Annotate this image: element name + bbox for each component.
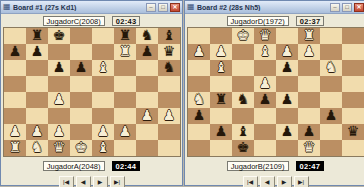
board-square[interactable]: ♝ [210, 60, 232, 76]
board-square[interactable] [320, 124, 342, 140]
board-square[interactable]: ♞ [158, 60, 180, 76]
board-square[interactable]: ♜ [26, 28, 48, 44]
board-square[interactable] [114, 76, 136, 92]
board-square[interactable]: ♟ [4, 124, 26, 140]
board-square[interactable]: ♝ [232, 124, 254, 140]
board-square[interactable]: ♟ [114, 124, 136, 140]
first-move-button[interactable]: |◀ [243, 176, 258, 187]
board-square[interactable] [210, 140, 232, 156]
board-square[interactable] [342, 108, 364, 124]
board-square[interactable] [70, 76, 92, 92]
board-square[interactable]: ♟ [188, 108, 210, 124]
black-pawn-piece[interactable]: ♟ [276, 60, 298, 75]
board-square[interactable] [342, 44, 364, 60]
board-square[interactable] [210, 108, 232, 124]
board-square[interactable] [48, 44, 70, 60]
white-pawn-piece[interactable]: ♟ [26, 124, 48, 139]
top-player-plate: JugadorD(1972) 02:37 [185, 14, 364, 27]
board-square[interactable]: ♟ [26, 44, 48, 60]
white-bishop-piece[interactable]: ♝ [92, 140, 114, 155]
board-square[interactable] [232, 60, 254, 76]
board-square[interactable]: ♟ [48, 124, 70, 140]
board-square[interactable]: ♟ [48, 92, 70, 108]
black-rook-piece[interactable]: ♜ [114, 28, 136, 43]
board-square[interactable] [70, 108, 92, 124]
top-player-name: JugadorC(2008) [43, 16, 105, 26]
window-title: Board #2 (28s Nh5) [197, 4, 328, 11]
black-queen-piece[interactable]: ♛ [342, 124, 364, 139]
board-square[interactable]: ♝ [254, 44, 276, 60]
black-king-piece[interactable]: ♚ [48, 28, 70, 43]
white-pawn-piece[interactable]: ♟ [4, 124, 26, 139]
top-player-plate: JugadorC(2008) 02:43 [1, 14, 182, 27]
white-pawn-piece[interactable]: ♟ [48, 124, 70, 139]
board-square[interactable] [158, 92, 180, 108]
white-pawn-piece[interactable]: ♟ [92, 124, 114, 139]
white-pawn-piece[interactable]: ♟ [114, 124, 136, 139]
black-pawn-piece[interactable]: ♟ [298, 124, 320, 139]
titlebar[interactable]: ▦ Board #1 (27s Kd1) – □ ✕ [1, 1, 182, 14]
board-square[interactable] [188, 76, 210, 92]
board-square[interactable]: ♛ [342, 124, 364, 140]
board-square[interactable] [136, 124, 158, 140]
white-pawn-piece[interactable]: ♟ [298, 44, 320, 59]
board-square[interactable] [48, 108, 70, 124]
board-square[interactable] [232, 44, 254, 60]
white-knight-piece[interactable]: ♞ [188, 92, 210, 107]
bottom-player-clock: 02:44 [112, 161, 141, 171]
black-pawn-piece[interactable]: ♟ [254, 92, 276, 107]
board-square[interactable] [4, 76, 26, 92]
board-square[interactable] [26, 108, 48, 124]
white-king-piece[interactable]: ♚ [232, 28, 254, 43]
board-square[interactable] [92, 44, 114, 60]
board-square[interactable] [320, 28, 342, 44]
white-pawn-piece[interactable]: ♟ [254, 76, 276, 91]
board-square[interactable] [92, 76, 114, 92]
board-square[interactable]: ♟ [276, 44, 298, 60]
white-knight-piece[interactable]: ♞ [26, 140, 48, 155]
maximize-button[interactable]: □ [342, 3, 352, 12]
board-square[interactable] [342, 28, 364, 44]
black-pawn-piece[interactable]: ♟ [210, 124, 232, 139]
minimize-button[interactable]: – [330, 3, 340, 12]
board-square[interactable] [210, 28, 232, 44]
board-square[interactable] [92, 28, 114, 44]
move-navigation: |◀ ◀ ▶ ▶| [185, 176, 364, 187]
board-square[interactable]: ♞ [136, 28, 158, 44]
white-knight-piece[interactable]: ♞ [320, 60, 342, 75]
board-square[interactable] [298, 92, 320, 108]
window-title: Board #1 (27s Kd1) [13, 4, 144, 11]
board-square[interactable]: ♚ [232, 28, 254, 44]
black-king-piece[interactable]: ♚ [232, 140, 254, 155]
board-square[interactable] [4, 108, 26, 124]
board-square[interactable]: ♜ [210, 92, 232, 108]
white-queen-piece[interactable]: ♛ [48, 140, 70, 155]
white-pawn-piece[interactable]: ♟ [210, 44, 232, 59]
board-square[interactable]: ♚ [232, 140, 254, 156]
board-square[interactable]: ♟ [70, 60, 92, 76]
white-bishop-piece[interactable]: ♝ [254, 44, 276, 59]
top-player-name: JugadorD(1972) [227, 16, 289, 26]
board-square[interactable] [70, 92, 92, 108]
board-square[interactable]: ♟ [254, 92, 276, 108]
board-square[interactable] [136, 60, 158, 76]
board-square[interactable] [136, 92, 158, 108]
board-square[interactable]: ♟ [254, 76, 276, 92]
bottom-player-plate: JugadorB(2109) 02:47 [185, 159, 364, 172]
white-pawn-piece[interactable]: ♟ [48, 92, 70, 107]
maximize-button[interactable]: □ [158, 3, 168, 12]
chessboard-icon: ▦ [187, 3, 195, 11]
board-square[interactable]: ♞ [320, 60, 342, 76]
board-square[interactable] [158, 124, 180, 140]
white-rook-piece[interactable]: ♜ [298, 28, 320, 43]
black-pawn-piece[interactable]: ♟ [70, 60, 92, 75]
black-rook-piece[interactable]: ♜ [26, 28, 48, 43]
board-square[interactable]: ♛ [254, 28, 276, 44]
last-move-button[interactable]: ▶| [294, 176, 309, 187]
board-square[interactable]: ♜ [4, 140, 26, 156]
next-move-button[interactable]: ▶ [277, 176, 292, 187]
white-pawn-piece[interactable]: ♟ [136, 108, 158, 123]
board-square[interactable] [298, 76, 320, 92]
board-square[interactable] [188, 124, 210, 140]
bottom-player-clock: 02:47 [296, 161, 325, 171]
board-square[interactable]: ♟ [320, 108, 342, 124]
board-square[interactable]: ♟ [48, 60, 70, 76]
black-pawn-piece[interactable]: ♟ [26, 44, 48, 59]
board-square[interactable] [298, 60, 320, 76]
board-square[interactable] [342, 92, 364, 108]
board-square[interactable] [342, 140, 364, 156]
board-square[interactable] [92, 92, 114, 108]
white-rook-piece[interactable]: ♜ [4, 140, 26, 155]
board-square[interactable] [26, 76, 48, 92]
board-square[interactable]: ♟ [210, 124, 232, 140]
board-square[interactable]: ♞ [26, 140, 48, 156]
board-square[interactable] [320, 76, 342, 92]
board-square[interactable]: ♟ [136, 44, 158, 60]
board-square[interactable]: ♞ [188, 92, 210, 108]
board-square[interactable] [114, 140, 136, 156]
board-square[interactable]: ♚ [48, 28, 70, 44]
board-square[interactable] [342, 76, 364, 92]
board-window-2: ▦ Board #2 (28s Nh5) – □ ✕ JugadorD(1972… [184, 0, 364, 186]
board-square[interactable]: ♜ [114, 44, 136, 60]
board-square[interactable] [276, 108, 298, 124]
black-pawn-piece[interactable]: ♟ [276, 124, 298, 139]
board-square[interactable]: ♝ [92, 140, 114, 156]
black-knight-piece[interactable]: ♞ [136, 28, 158, 43]
board-square[interactable] [276, 28, 298, 44]
board-square[interactable] [254, 140, 276, 156]
board-square[interactable]: ♞ [232, 92, 254, 108]
board-square[interactable] [48, 76, 70, 92]
last-move-button[interactable]: ▶| [110, 176, 125, 187]
board-square[interactable] [254, 124, 276, 140]
board-square[interactable]: ♝ [158, 28, 180, 44]
top-player-clock: 02:43 [112, 16, 141, 26]
board-square[interactable]: ♟ [276, 92, 298, 108]
white-king-piece[interactable]: ♚ [70, 140, 92, 155]
board-square[interactable]: ♟ [4, 44, 26, 60]
black-knight-piece[interactable]: ♞ [232, 92, 254, 107]
board-square[interactable]: ♜ [298, 28, 320, 44]
previous-move-button[interactable]: ◀ [76, 176, 91, 187]
board-square[interactable] [320, 92, 342, 108]
white-queen-piece[interactable]: ♛ [298, 140, 320, 155]
board-square[interactable] [4, 60, 26, 76]
board-square[interactable] [210, 76, 232, 92]
board-square[interactable] [114, 60, 136, 76]
board-square[interactable]: ♟ [158, 108, 180, 124]
board-square[interactable]: ♜ [114, 28, 136, 44]
move-navigation: |◀ ◀ ▶ ▶| [1, 176, 182, 187]
previous-move-button[interactable]: ◀ [260, 176, 275, 187]
white-pawn-piece[interactable]: ♟ [158, 108, 180, 123]
board-square[interactable] [70, 44, 92, 60]
board-square[interactable] [136, 76, 158, 92]
minimize-button[interactable]: – [146, 3, 156, 12]
black-pawn-piece[interactable]: ♟ [48, 60, 70, 75]
board-square[interactable]: ♟ [210, 44, 232, 60]
black-pawn-piece[interactable]: ♟ [320, 108, 342, 123]
white-queen-piece[interactable]: ♛ [254, 28, 276, 43]
board-square[interactable]: ♚ [70, 140, 92, 156]
close-button[interactable]: ✕ [170, 3, 180, 12]
board-square[interactable] [70, 124, 92, 140]
titlebar[interactable]: ▦ Board #2 (28s Nh5) – □ ✕ [185, 1, 364, 14]
board-square[interactable] [4, 92, 26, 108]
board-square[interactable] [136, 140, 158, 156]
board-square[interactable] [188, 140, 210, 156]
board-square[interactable]: ♟ [188, 44, 210, 60]
board-square[interactable] [4, 28, 26, 44]
top-player-clock: 02:37 [296, 16, 325, 26]
black-pawn-piece[interactable]: ♟ [188, 108, 210, 123]
board-square[interactable] [320, 140, 342, 156]
white-pawn-piece[interactable]: ♟ [276, 44, 298, 59]
board-square[interactable] [92, 108, 114, 124]
white-bishop-piece[interactable]: ♝ [210, 60, 232, 75]
close-button[interactable]: ✕ [354, 3, 364, 12]
board-square[interactable] [276, 140, 298, 156]
board-square[interactable]: ♟ [298, 44, 320, 60]
board-square[interactable] [320, 44, 342, 60]
board-square[interactable] [26, 92, 48, 108]
board-square[interactable]: ♟ [92, 124, 114, 140]
bottom-player-name: JugadorB(2109) [227, 161, 289, 171]
board-square[interactable] [114, 108, 136, 124]
board-square[interactable] [298, 108, 320, 124]
board-square[interactable] [26, 60, 48, 76]
black-bishop-piece[interactable]: ♝ [158, 28, 180, 43]
black-pawn-piece[interactable]: ♟ [136, 44, 158, 59]
board-square[interactable] [188, 28, 210, 44]
board-square[interactable]: ♟ [136, 108, 158, 124]
chess-board-1[interactable]: ♜♚♜♞♝♟♟♜♟♛♟♟♝♞♟♟♟♟♟♟♟♟♜♞♛♚♝ [3, 27, 181, 157]
white-pawn-piece[interactable]: ♟ [188, 44, 210, 59]
chess-board-2[interactable]: ♚♛♜♟♟♝♟♟♝♟♞♟♞♜♞♟♟♟♟♟♝♟♟♛♚♛ [187, 27, 364, 157]
black-bishop-piece[interactable]: ♝ [232, 124, 254, 139]
board-square[interactable]: ♟ [298, 124, 320, 140]
board-window-1: ▦ Board #1 (27s Kd1) – □ ✕ JugadorC(2008… [0, 0, 183, 186]
next-move-button[interactable]: ▶ [93, 176, 108, 187]
board-square[interactable] [254, 60, 276, 76]
board-square[interactable]: ♛ [158, 44, 180, 60]
board-square[interactable]: ♛ [48, 140, 70, 156]
black-knight-piece[interactable]: ♞ [158, 60, 180, 75]
board-square[interactable] [158, 140, 180, 156]
black-rook-piece[interactable]: ♜ [210, 92, 232, 107]
white-bishop-piece[interactable]: ♝ [92, 60, 114, 75]
board-square[interactable]: ♟ [276, 124, 298, 140]
board-square[interactable] [158, 76, 180, 92]
board-square[interactable] [276, 76, 298, 92]
first-move-button[interactable]: |◀ [59, 176, 74, 187]
board-square[interactable]: ♟ [276, 60, 298, 76]
board-square[interactable] [232, 108, 254, 124]
chessboard-icon: ▦ [3, 3, 11, 11]
board-square[interactable]: ♝ [92, 60, 114, 76]
bottom-player-name: JugadorA(2048) [43, 161, 105, 171]
bottom-player-plate: JugadorA(2048) 02:44 [1, 159, 182, 172]
black-pawn-piece[interactable]: ♟ [4, 44, 26, 59]
board-square[interactable]: ♛ [298, 140, 320, 156]
board-square[interactable]: ♟ [26, 124, 48, 140]
black-queen-piece[interactable]: ♛ [158, 44, 180, 59]
board-square[interactable] [188, 60, 210, 76]
board-square[interactable] [254, 108, 276, 124]
board-square[interactable] [232, 76, 254, 92]
board-square[interactable] [342, 60, 364, 76]
white-rook-piece[interactable]: ♜ [114, 44, 136, 59]
board-square[interactable] [70, 28, 92, 44]
black-pawn-piece[interactable]: ♟ [276, 92, 298, 107]
board-square[interactable] [114, 92, 136, 108]
